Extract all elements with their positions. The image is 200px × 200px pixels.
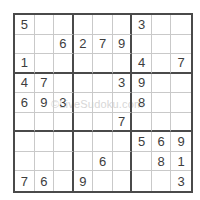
sudoku-cell[interactable]	[93, 15, 113, 35]
sudoku-cell[interactable]	[74, 113, 94, 133]
sudoku-cell[interactable]: 3	[113, 74, 133, 94]
sudoku-cell[interactable]	[171, 35, 191, 55]
sudoku-cell[interactable]: 3	[132, 15, 152, 35]
sudoku-cell[interactable]	[54, 152, 74, 172]
sudoku-cell[interactable]: 6	[93, 152, 113, 172]
sudoku-cell[interactable]: 6	[15, 93, 35, 113]
sudoku-cell[interactable]: 2	[74, 35, 94, 55]
sudoku-cell[interactable]	[35, 54, 55, 74]
sudoku-cell[interactable]	[171, 93, 191, 113]
sudoku-cell[interactable]	[93, 171, 113, 191]
sudoku-cell[interactable]	[113, 93, 133, 113]
sudoku-cell[interactable]: 7	[15, 171, 35, 191]
sudoku-cell[interactable]	[35, 113, 55, 133]
sudoku-cell[interactable]: 3	[171, 171, 191, 191]
sudoku-cell[interactable]: 6	[152, 132, 172, 152]
sudoku-cell[interactable]	[74, 15, 94, 35]
sudoku-cell[interactable]	[54, 113, 74, 133]
sudoku-page: ©LiveSudoku.com 536279147473969387569681…	[0, 0, 200, 200]
sudoku-cell[interactable]	[152, 113, 172, 133]
sudoku-cell[interactable]: 5	[132, 132, 152, 152]
sudoku-cell[interactable]	[93, 74, 113, 94]
sudoku-cell[interactable]: 9	[171, 132, 191, 152]
sudoku-cell[interactable]	[15, 113, 35, 133]
sudoku-cell[interactable]: 1	[171, 152, 191, 172]
sudoku-cell[interactable]	[15, 132, 35, 152]
sudoku-cell[interactable]: 7	[35, 74, 55, 94]
sudoku-cell[interactable]	[132, 152, 152, 172]
sudoku-cell[interactable]: 9	[132, 74, 152, 94]
sudoku-board: 5362791474739693875696817693	[13, 13, 193, 193]
sudoku-cell[interactable]	[93, 113, 113, 133]
sudoku-cell[interactable]	[152, 15, 172, 35]
sudoku-cell[interactable]	[54, 15, 74, 35]
sudoku-cell[interactable]	[113, 152, 133, 172]
sudoku-cell[interactable]	[54, 54, 74, 74]
sudoku-cell[interactable]	[113, 171, 133, 191]
sudoku-cell[interactable]: 5	[15, 15, 35, 35]
sudoku-cell[interactable]: 7	[113, 113, 133, 133]
sudoku-cell[interactable]: 4	[15, 74, 35, 94]
sudoku-cell[interactable]	[15, 35, 35, 55]
sudoku-cell[interactable]	[113, 54, 133, 74]
sudoku-cell[interactable]	[171, 113, 191, 133]
sudoku-cell[interactable]	[132, 35, 152, 55]
sudoku-cell[interactable]: 8	[152, 152, 172, 172]
sudoku-cell[interactable]	[35, 132, 55, 152]
sudoku-cell[interactable]: 9	[35, 93, 55, 113]
sudoku-cell[interactable]	[152, 93, 172, 113]
sudoku-cell[interactable]	[54, 132, 74, 152]
sudoku-cell[interactable]	[54, 74, 74, 94]
sudoku-cell[interactable]: 9	[74, 171, 94, 191]
sudoku-cell[interactable]	[93, 93, 113, 113]
sudoku-cell[interactable]	[35, 35, 55, 55]
sudoku-cell[interactable]	[74, 54, 94, 74]
sudoku-cell[interactable]: 3	[54, 93, 74, 113]
sudoku-cell[interactable]	[15, 152, 35, 172]
sudoku-cell[interactable]: 1	[15, 54, 35, 74]
sudoku-cell[interactable]	[132, 113, 152, 133]
sudoku-cell[interactable]: 8	[132, 93, 152, 113]
sudoku-cell[interactable]	[74, 93, 94, 113]
sudoku-cell[interactable]: 9	[113, 35, 133, 55]
sudoku-cell[interactable]	[93, 132, 113, 152]
sudoku-cell[interactable]	[113, 132, 133, 152]
sudoku-cell[interactable]	[35, 152, 55, 172]
sudoku-cell[interactable]	[171, 15, 191, 35]
sudoku-cell[interactable]	[152, 54, 172, 74]
sudoku-cell[interactable]	[152, 35, 172, 55]
sudoku-cell[interactable]: 4	[132, 54, 152, 74]
sudoku-cell[interactable]	[74, 152, 94, 172]
sudoku-cell[interactable]	[35, 15, 55, 35]
sudoku-cell[interactable]	[93, 54, 113, 74]
sudoku-cell[interactable]	[54, 171, 74, 191]
sudoku-cell[interactable]	[113, 15, 133, 35]
sudoku-cell[interactable]: 7	[93, 35, 113, 55]
sudoku-cell[interactable]	[152, 74, 172, 94]
sudoku-cell[interactable]	[74, 74, 94, 94]
sudoku-cell[interactable]: 6	[35, 171, 55, 191]
sudoku-cell[interactable]: 7	[171, 54, 191, 74]
sudoku-cell[interactable]	[132, 171, 152, 191]
sudoku-cell[interactable]	[74, 132, 94, 152]
sudoku-cell[interactable]	[171, 74, 191, 94]
sudoku-cell[interactable]	[152, 171, 172, 191]
sudoku-cell[interactable]: 6	[54, 35, 74, 55]
